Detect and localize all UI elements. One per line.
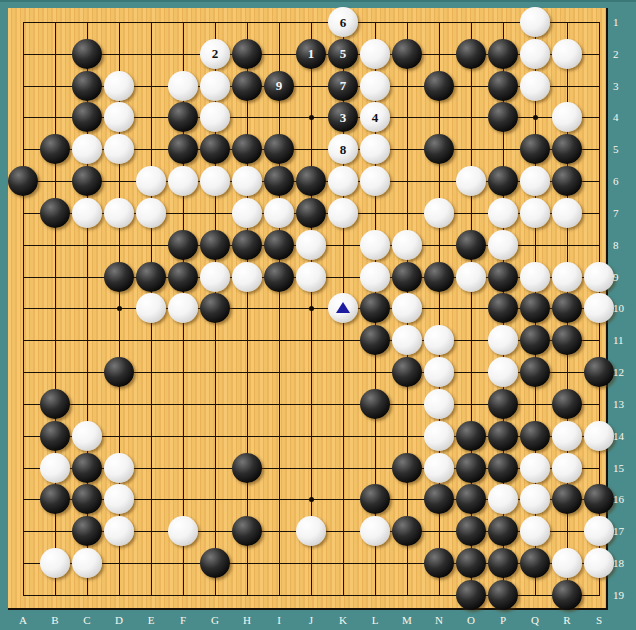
white-stone[interactable]: [328, 198, 358, 228]
black-stone[interactable]: [552, 166, 582, 196]
black-stone[interactable]: [232, 71, 262, 101]
black-stone[interactable]: [72, 39, 102, 69]
white-stone[interactable]: [360, 166, 390, 196]
col-label: K: [335, 614, 351, 626]
black-stone[interactable]: [40, 389, 70, 419]
col-label: P: [495, 614, 511, 626]
row-label: 19: [613, 589, 633, 601]
black-stone[interactable]: [552, 580, 582, 610]
black-stone[interactable]: [40, 198, 70, 228]
white-stone[interactable]: [296, 262, 326, 292]
black-stone[interactable]: [72, 453, 102, 483]
col-label: I: [271, 614, 287, 626]
black-stone[interactable]: [232, 39, 262, 69]
white-stone[interactable]: [552, 421, 582, 451]
move-number-label: 7: [340, 79, 347, 92]
black-stone[interactable]: 9: [264, 71, 294, 101]
white-stone[interactable]: [552, 262, 582, 292]
white-stone[interactable]: [424, 198, 454, 228]
black-stone[interactable]: [456, 230, 486, 260]
row-label: 3: [613, 80, 633, 92]
move-number-label: 1: [308, 47, 315, 60]
col-label: S: [591, 614, 607, 626]
black-stone[interactable]: [456, 421, 486, 451]
row-label: 16: [613, 493, 633, 505]
white-stone[interactable]: [520, 198, 550, 228]
black-stone[interactable]: [200, 230, 230, 260]
black-stone[interactable]: [360, 389, 390, 419]
white-stone[interactable]: [456, 166, 486, 196]
white-stone[interactable]: [520, 39, 550, 69]
white-stone[interactable]: [552, 548, 582, 578]
black-stone[interactable]: [264, 166, 294, 196]
white-stone[interactable]: [584, 293, 614, 323]
move-number-label: 6: [340, 16, 347, 29]
row-label: 18: [613, 557, 633, 569]
black-stone[interactable]: [392, 262, 422, 292]
white-stone[interactable]: 2: [200, 39, 230, 69]
col-label: B: [47, 614, 63, 626]
white-stone[interactable]: 6: [328, 7, 358, 37]
row-label: 12: [613, 366, 633, 378]
black-stone[interactable]: [40, 421, 70, 451]
col-label: R: [559, 614, 575, 626]
white-stone[interactable]: [104, 71, 134, 101]
black-stone[interactable]: [552, 389, 582, 419]
black-stone[interactable]: [104, 357, 134, 387]
row-label: 10: [613, 302, 633, 314]
col-label: F: [175, 614, 191, 626]
black-stone[interactable]: 5: [328, 39, 358, 69]
white-stone[interactable]: [136, 166, 166, 196]
white-stone[interactable]: [488, 357, 518, 387]
move-number-label: 2: [212, 47, 219, 60]
black-stone[interactable]: [168, 262, 198, 292]
black-stone[interactable]: [8, 166, 38, 196]
white-stone[interactable]: [552, 453, 582, 483]
row-label: 6: [613, 175, 633, 187]
black-stone[interactable]: [72, 166, 102, 196]
black-stone[interactable]: [584, 357, 614, 387]
col-label: O: [463, 614, 479, 626]
white-stone[interactable]: [200, 71, 230, 101]
black-stone[interactable]: [392, 39, 422, 69]
black-stone[interactable]: [232, 230, 262, 260]
col-label: H: [239, 614, 255, 626]
col-label: M: [399, 614, 415, 626]
row-label: 4: [613, 111, 633, 123]
col-label: G: [207, 614, 223, 626]
black-stone[interactable]: [392, 453, 422, 483]
white-stone[interactable]: [360, 262, 390, 292]
row-label: 2: [613, 48, 633, 60]
white-stone[interactable]: [424, 389, 454, 419]
white-stone[interactable]: [360, 39, 390, 69]
white-stone[interactable]: [104, 198, 134, 228]
black-stone[interactable]: [520, 357, 550, 387]
move-number-label: 3: [340, 111, 347, 124]
black-stone[interactable]: [488, 421, 518, 451]
black-stone[interactable]: [456, 39, 486, 69]
black-stone[interactable]: 7: [328, 71, 358, 101]
white-stone[interactable]: [520, 453, 550, 483]
white-stone[interactable]: [584, 421, 614, 451]
black-stone[interactable]: [104, 262, 134, 292]
white-stone[interactable]: [488, 198, 518, 228]
black-stone[interactable]: [520, 548, 550, 578]
white-stone[interactable]: [424, 421, 454, 451]
triangle-mark: [336, 302, 350, 313]
white-stone[interactable]: [520, 7, 550, 37]
col-label: A: [15, 614, 31, 626]
row-label: 14: [613, 430, 633, 442]
black-stone[interactable]: [200, 548, 230, 578]
white-stone[interactable]: [360, 71, 390, 101]
white-stone[interactable]: [392, 230, 422, 260]
black-stone[interactable]: 1: [296, 39, 326, 69]
white-stone[interactable]: [200, 166, 230, 196]
row-label: 11: [613, 334, 633, 346]
white-stone[interactable]: [40, 548, 70, 578]
black-stone[interactable]: [72, 71, 102, 101]
move-number-label: 9: [276, 79, 283, 92]
white-stone[interactable]: [520, 71, 550, 101]
black-stone[interactable]: [296, 166, 326, 196]
white-stone[interactable]: [520, 262, 550, 292]
white-stone[interactable]: [72, 421, 102, 451]
row-label: 17: [613, 525, 633, 537]
white-stone[interactable]: [424, 453, 454, 483]
white-stone[interactable]: [168, 71, 198, 101]
black-stone[interactable]: [168, 230, 198, 260]
white-stone[interactable]: [200, 262, 230, 292]
black-stone[interactable]: [488, 389, 518, 419]
black-stone[interactable]: [488, 166, 518, 196]
row-label: 1: [613, 16, 633, 28]
black-stone[interactable]: [488, 548, 518, 578]
black-stone[interactable]: [488, 39, 518, 69]
col-label: L: [367, 614, 383, 626]
col-label: N: [431, 614, 447, 626]
row-label: 7: [613, 207, 633, 219]
move-number-label: 8: [340, 143, 347, 156]
black-stone[interactable]: [584, 484, 614, 514]
row-label: 8: [613, 239, 633, 251]
white-stone[interactable]: [488, 230, 518, 260]
white-stone[interactable]: [104, 453, 134, 483]
white-stone[interactable]: [264, 198, 294, 228]
white-stone[interactable]: [552, 198, 582, 228]
row-label: 15: [613, 462, 633, 474]
black-stone[interactable]: [392, 357, 422, 387]
black-stone[interactable]: [488, 453, 518, 483]
black-stone[interactable]: [424, 262, 454, 292]
white-stone[interactable]: [584, 516, 614, 546]
white-stone[interactable]: [40, 453, 70, 483]
black-stone[interactable]: [424, 548, 454, 578]
white-stone[interactable]: [328, 166, 358, 196]
white-stone[interactable]: [552, 39, 582, 69]
white-stone[interactable]: [360, 230, 390, 260]
black-stone[interactable]: [232, 453, 262, 483]
black-stone[interactable]: [264, 230, 294, 260]
black-stone[interactable]: [456, 453, 486, 483]
move-number-label: 4: [372, 111, 379, 124]
black-stone[interactable]: [520, 421, 550, 451]
go-game-window: 621597348 ABCDEFGHIJKLMNOPQRS 1234567891…: [0, 0, 636, 630]
black-stone[interactable]: [488, 71, 518, 101]
white-stone[interactable]: [232, 262, 262, 292]
white-stone[interactable]: [232, 198, 262, 228]
col-label: Q: [527, 614, 543, 626]
black-stone[interactable]: [296, 198, 326, 228]
black-stone[interactable]: [488, 262, 518, 292]
row-label: 13: [613, 398, 633, 410]
black-stone[interactable]: [488, 580, 518, 610]
black-stone[interactable]: [136, 262, 166, 292]
white-stone[interactable]: [584, 548, 614, 578]
black-stone[interactable]: [264, 262, 294, 292]
row-label: 5: [613, 143, 633, 155]
black-stone[interactable]: [456, 580, 486, 610]
col-label: C: [79, 614, 95, 626]
col-label: E: [143, 614, 159, 626]
white-stone[interactable]: [232, 166, 262, 196]
move-number-label: 5: [340, 47, 347, 60]
white-stone[interactable]: [72, 548, 102, 578]
col-label: J: [303, 614, 319, 626]
white-stone[interactable]: [584, 262, 614, 292]
white-stone[interactable]: [296, 230, 326, 260]
white-stone[interactable]: [136, 198, 166, 228]
col-label: D: [111, 614, 127, 626]
black-stone[interactable]: [424, 71, 454, 101]
white-stone[interactable]: [424, 357, 454, 387]
white-stone[interactable]: [520, 166, 550, 196]
black-stone[interactable]: [456, 548, 486, 578]
white-stone[interactable]: [168, 166, 198, 196]
white-stone[interactable]: [72, 198, 102, 228]
row-label: 9: [613, 271, 633, 283]
white-stone[interactable]: [456, 262, 486, 292]
